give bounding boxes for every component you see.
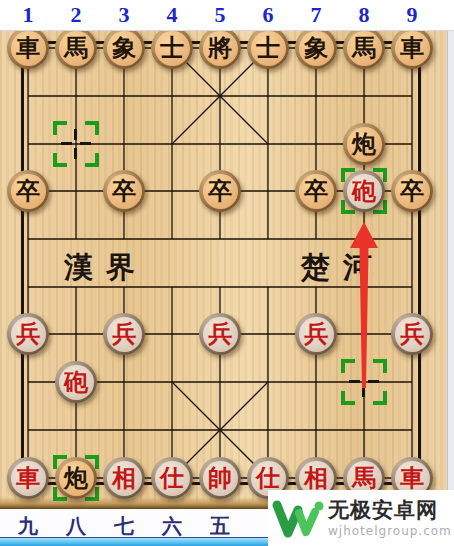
piece-character: 士 bbox=[251, 31, 286, 66]
piece-red-soldier[interactable]: 兵 bbox=[103, 313, 145, 355]
piece-character: 砲 bbox=[347, 174, 382, 209]
piece-black-elephant[interactable]: 象 bbox=[103, 27, 145, 69]
piece-character: 兵 bbox=[107, 317, 142, 352]
bottom-file-label-3: 七 bbox=[100, 513, 148, 540]
river-label-hanjie: 漢界 bbox=[64, 248, 148, 282]
piece-character: 卒 bbox=[107, 174, 142, 209]
watermark-box: 无极安卓网 wjhotelgroup.com bbox=[268, 490, 454, 546]
piece-black-chariot[interactable]: 車 bbox=[7, 27, 49, 69]
watermark-logo-icon bbox=[272, 495, 324, 541]
piece-character: 兵 bbox=[11, 317, 46, 352]
piece-character: 兵 bbox=[203, 317, 238, 352]
piece-character: 車 bbox=[395, 31, 430, 66]
piece-red-cannon[interactable]: 砲 bbox=[343, 170, 385, 212]
piece-character: 炮 bbox=[59, 461, 94, 496]
top-file-label-8: 8 bbox=[340, 2, 388, 28]
piece-black-soldier[interactable]: 卒 bbox=[295, 170, 337, 212]
piece-character: 兵 bbox=[299, 317, 334, 352]
piece-black-elephant[interactable]: 象 bbox=[295, 27, 337, 69]
piece-character: 將 bbox=[203, 31, 238, 66]
piece-character: 帥 bbox=[203, 461, 238, 496]
bottom-blue-bar[interactable] bbox=[0, 537, 297, 546]
piece-black-cannon[interactable]: 炮 bbox=[343, 123, 385, 165]
top-file-label-3: 3 bbox=[100, 2, 148, 28]
piece-character: 車 bbox=[11, 461, 46, 496]
top-file-label-4: 4 bbox=[148, 2, 196, 28]
top-file-label-5: 5 bbox=[196, 2, 244, 28]
top-file-label-9: 9 bbox=[388, 2, 436, 28]
piece-character: 炮 bbox=[347, 127, 382, 162]
bottom-file-label-5: 五 bbox=[196, 513, 244, 540]
piece-red-elephant[interactable]: 相 bbox=[103, 457, 145, 499]
piece-character: 卒 bbox=[11, 174, 46, 209]
piece-red-soldier[interactable]: 兵 bbox=[391, 313, 433, 355]
bottom-file-label-4: 六 bbox=[148, 513, 196, 540]
piece-red-general[interactable]: 帥 bbox=[199, 457, 241, 499]
piece-black-general[interactable]: 將 bbox=[199, 27, 241, 69]
piece-character: 相 bbox=[107, 461, 142, 496]
piece-black-cannon[interactable]: 炮 bbox=[55, 457, 97, 499]
piece-red-chariot[interactable]: 車 bbox=[7, 457, 49, 499]
piece-character: 卒 bbox=[395, 174, 430, 209]
piece-black-horse[interactable]: 馬 bbox=[343, 27, 385, 69]
bottom-file-label-2: 八 bbox=[52, 513, 100, 540]
piece-red-advisor[interactable]: 仕 bbox=[151, 457, 193, 499]
piece-red-soldier[interactable]: 兵 bbox=[199, 313, 241, 355]
piece-character: 車 bbox=[11, 31, 46, 66]
piece-character: 砲 bbox=[59, 365, 94, 400]
watermark-domain: wjhotelgroup.com bbox=[328, 524, 452, 538]
top-file-label-7: 7 bbox=[292, 2, 340, 28]
piece-red-soldier[interactable]: 兵 bbox=[7, 313, 49, 355]
piece-character: 兵 bbox=[395, 317, 430, 352]
piece-black-chariot[interactable]: 車 bbox=[391, 27, 433, 69]
xiangqi-app-screen: 漢界 楚河 車馬象士將士象馬車炮卒卒卒卒砲卒兵兵兵兵兵砲車炮相仕帥仕相馬車 12… bbox=[0, 0, 454, 546]
piece-red-cannon[interactable]: 砲 bbox=[55, 361, 97, 403]
right-scrollbar-strip[interactable] bbox=[447, 31, 454, 509]
piece-character: 象 bbox=[299, 31, 334, 66]
bottom-file-label-1: 九 bbox=[4, 513, 52, 540]
piece-character: 馬 bbox=[59, 31, 94, 66]
piece-black-soldier[interactable]: 卒 bbox=[199, 170, 241, 212]
piece-character: 馬 bbox=[347, 31, 382, 66]
piece-black-advisor[interactable]: 士 bbox=[151, 27, 193, 69]
river-label-chuhe: 楚河 bbox=[301, 248, 385, 282]
piece-character: 卒 bbox=[203, 174, 238, 209]
watermark-title: 无极安卓网 bbox=[328, 498, 452, 522]
piece-black-advisor[interactable]: 士 bbox=[247, 27, 289, 69]
piece-character: 卒 bbox=[299, 174, 334, 209]
piece-character: 仕 bbox=[155, 461, 190, 496]
top-file-label-6: 6 bbox=[244, 2, 292, 28]
top-file-label-2: 2 bbox=[52, 2, 100, 28]
piece-character: 士 bbox=[155, 31, 190, 66]
piece-black-soldier[interactable]: 卒 bbox=[103, 170, 145, 212]
piece-black-soldier[interactable]: 卒 bbox=[391, 170, 433, 212]
piece-black-horse[interactable]: 馬 bbox=[55, 27, 97, 69]
piece-black-soldier[interactable]: 卒 bbox=[7, 170, 49, 212]
piece-red-soldier[interactable]: 兵 bbox=[295, 313, 337, 355]
top-file-label-1: 1 bbox=[4, 2, 52, 28]
piece-character: 象 bbox=[107, 31, 142, 66]
